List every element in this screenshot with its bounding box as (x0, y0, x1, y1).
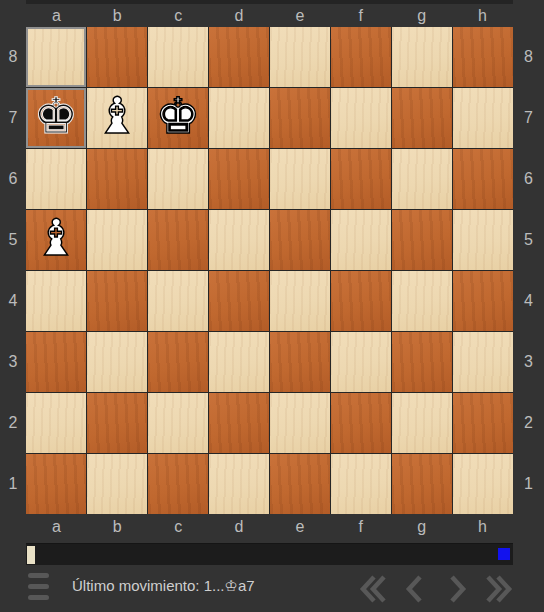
square-b4[interactable] (87, 271, 147, 331)
square-b6[interactable] (87, 149, 147, 209)
square-d5[interactable] (209, 210, 269, 270)
square-h4[interactable] (453, 271, 513, 331)
last-move-text: Último movimiento: 1...♔a7 (72, 566, 255, 606)
rank-label-4: 4 (513, 271, 544, 332)
piece-black-king[interactable]: ♚ (34, 91, 79, 141)
square-e7[interactable] (270, 88, 330, 148)
square-f1[interactable] (331, 454, 391, 514)
square-d8[interactable] (209, 27, 269, 87)
square-e2[interactable] (270, 393, 330, 453)
rank-label-3: 3 (0, 331, 26, 392)
square-h8[interactable] (453, 27, 513, 87)
square-e1[interactable] (270, 454, 330, 514)
file-labels-bottom: abcdefgh (26, 516, 513, 538)
square-a4[interactable] (26, 271, 86, 331)
rank-label-4: 4 (0, 271, 26, 332)
square-b8[interactable] (87, 27, 147, 87)
rank-label-1: 1 (513, 453, 544, 514)
square-b5[interactable] (87, 210, 147, 270)
file-label-d: d (209, 516, 270, 538)
square-f6[interactable] (331, 149, 391, 209)
square-e5[interactable] (270, 210, 330, 270)
square-h3[interactable] (453, 332, 513, 392)
square-d2[interactable] (209, 393, 269, 453)
file-label-b: b (87, 516, 148, 538)
square-a6[interactable] (26, 149, 86, 209)
file-label-g: g (391, 5, 452, 26)
file-label-c: c (148, 516, 209, 538)
square-d3[interactable] (209, 332, 269, 392)
rank-label-7: 7 (513, 88, 544, 149)
square-g6[interactable] (392, 149, 452, 209)
square-h7[interactable] (453, 88, 513, 148)
square-b7[interactable]: ♝ (87, 88, 147, 148)
square-c5[interactable] (148, 210, 208, 270)
square-c2[interactable] (148, 393, 208, 453)
rank-label-5: 5 (0, 210, 26, 271)
rank-label-2: 2 (0, 392, 26, 453)
square-f7[interactable] (331, 88, 391, 148)
file-label-f: f (330, 5, 391, 26)
rank-labels-right: 87654321 (513, 27, 544, 514)
chevron-left-icon (401, 574, 429, 604)
file-label-a: a (26, 516, 87, 538)
square-e4[interactable] (270, 271, 330, 331)
square-d1[interactable] (209, 454, 269, 514)
file-label-h: h (452, 5, 513, 26)
square-h1[interactable] (453, 454, 513, 514)
square-h2[interactable] (453, 393, 513, 453)
chess-app: abcdefgh 87654321 87654321 ♚♝♚♝ abcdefgh… (0, 0, 544, 612)
square-f4[interactable] (331, 271, 391, 331)
rank-label-8: 8 (0, 27, 26, 88)
square-f5[interactable] (331, 210, 391, 270)
square-a5[interactable]: ♝ (26, 210, 86, 270)
seek-end-indicator (498, 548, 510, 560)
square-d4[interactable] (209, 271, 269, 331)
square-c4[interactable] (148, 271, 208, 331)
rank-label-6: 6 (0, 149, 26, 210)
file-labels-top: abcdefgh (26, 5, 513, 26)
square-b2[interactable] (87, 393, 147, 453)
square-f8[interactable] (331, 27, 391, 87)
square-d7[interactable] (209, 88, 269, 148)
piece-white-king[interactable]: ♚ (156, 91, 201, 141)
previous-move-button[interactable] (401, 575, 429, 603)
square-e6[interactable] (270, 149, 330, 209)
square-g7[interactable] (392, 88, 452, 148)
square-a3[interactable] (26, 332, 86, 392)
top-strip (26, 0, 513, 4)
rank-label-6: 6 (513, 149, 544, 210)
file-label-b: b (87, 5, 148, 26)
menu-icon[interactable] (28, 573, 49, 600)
square-g5[interactable] (392, 210, 452, 270)
move-seekbar[interactable] (26, 543, 513, 565)
file-label-c: c (148, 5, 209, 26)
square-h6[interactable] (453, 149, 513, 209)
square-a7[interactable]: ♚ (26, 88, 86, 148)
double-chevron-left-icon (359, 574, 387, 604)
square-a8[interactable] (26, 27, 86, 87)
square-d6[interactable] (209, 149, 269, 209)
file-label-a: a (26, 5, 87, 26)
piece-white-bishop[interactable]: ♝ (95, 91, 140, 141)
file-label-e: e (270, 5, 331, 26)
first-move-button[interactable] (359, 575, 387, 603)
square-g3[interactable] (392, 332, 452, 392)
rank-label-7: 7 (0, 88, 26, 149)
double-chevron-right-icon (485, 574, 513, 604)
next-move-button[interactable] (443, 575, 471, 603)
square-c7[interactable]: ♚ (148, 88, 208, 148)
file-label-d: d (209, 5, 270, 26)
rank-label-5: 5 (513, 210, 544, 271)
piece-white-bishop[interactable]: ♝ (34, 213, 79, 263)
rank-label-2: 2 (513, 392, 544, 453)
rank-label-3: 3 (513, 331, 544, 392)
rank-label-8: 8 (513, 27, 544, 88)
square-g8[interactable] (392, 27, 452, 87)
square-e3[interactable] (270, 332, 330, 392)
square-e8[interactable] (270, 27, 330, 87)
bottom-controls: Último movimiento: 1...♔a7 (0, 566, 544, 612)
square-b3[interactable] (87, 332, 147, 392)
square-c8[interactable] (148, 27, 208, 87)
last-move-button[interactable] (485, 575, 513, 603)
rank-labels-left: 87654321 (0, 27, 26, 514)
square-f3[interactable] (331, 332, 391, 392)
square-g2[interactable] (392, 393, 452, 453)
square-a1[interactable] (26, 454, 86, 514)
square-c1[interactable] (148, 454, 208, 514)
square-h5[interactable] (453, 210, 513, 270)
square-b1[interactable] (87, 454, 147, 514)
chess-board[interactable]: ♚♝♚♝ (26, 27, 513, 514)
square-c6[interactable] (148, 149, 208, 209)
square-g1[interactable] (392, 454, 452, 514)
file-label-e: e (270, 516, 331, 538)
file-label-g: g (391, 516, 452, 538)
file-label-f: f (330, 516, 391, 538)
square-a2[interactable] (26, 393, 86, 453)
file-label-h: h (452, 516, 513, 538)
move-navigation (359, 575, 513, 603)
rank-label-1: 1 (0, 453, 26, 514)
square-g4[interactable] (392, 271, 452, 331)
square-f2[interactable] (331, 393, 391, 453)
seek-position-marker (27, 546, 35, 564)
square-c3[interactable] (148, 332, 208, 392)
chevron-right-icon (443, 574, 471, 604)
